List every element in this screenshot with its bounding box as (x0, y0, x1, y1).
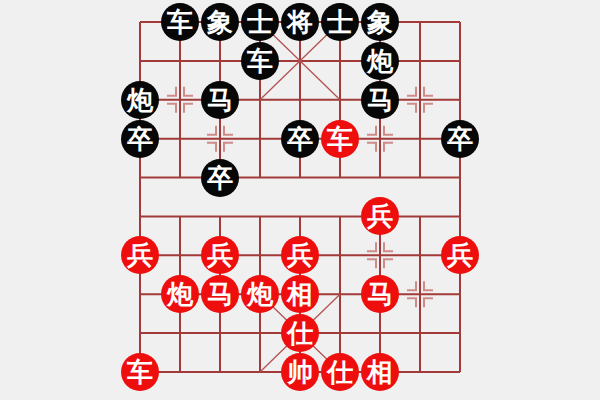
piece-black-马[interactable]: 马 (361, 81, 399, 119)
piece-red-仕[interactable]: 仕 (321, 353, 359, 391)
piece-black-卒[interactable]: 卒 (441, 120, 479, 158)
piece-black-象[interactable]: 象 (201, 3, 239, 41)
piece-black-士[interactable]: 士 (321, 3, 359, 41)
piece-red-仕[interactable]: 仕 (281, 314, 319, 352)
piece-red-马[interactable]: 马 (201, 275, 239, 313)
piece-red-炮[interactable]: 炮 (161, 275, 199, 313)
piece-black-炮[interactable]: 炮 (121, 81, 159, 119)
piece-red-马[interactable]: 马 (361, 275, 399, 313)
piece-black-士[interactable]: 士 (241, 3, 279, 41)
piece-red-车[interactable]: 车 (321, 120, 359, 158)
piece-black-马[interactable]: 马 (201, 81, 239, 119)
piece-black-车[interactable]: 车 (241, 42, 279, 80)
piece-black-车[interactable]: 车 (161, 3, 199, 41)
piece-black-卒[interactable]: 卒 (281, 120, 319, 158)
piece-black-卒[interactable]: 卒 (121, 120, 159, 158)
xiangqi-board[interactable]: 车象士将士象车炮炮马马卒卒车卒卒兵兵兵兵兵炮马炮相马仕车帅仕相 (0, 0, 600, 400)
piece-black-将[interactable]: 将 (281, 3, 319, 41)
piece-red-炮[interactable]: 炮 (241, 275, 279, 313)
piece-black-卒[interactable]: 卒 (201, 159, 239, 197)
piece-black-象[interactable]: 象 (361, 3, 399, 41)
piece-red-车[interactable]: 车 (121, 353, 159, 391)
piece-black-炮[interactable]: 炮 (361, 42, 399, 80)
piece-red-帅[interactable]: 帅 (281, 353, 319, 391)
piece-red-相[interactable]: 相 (281, 275, 319, 313)
piece-red-相[interactable]: 相 (361, 353, 399, 391)
